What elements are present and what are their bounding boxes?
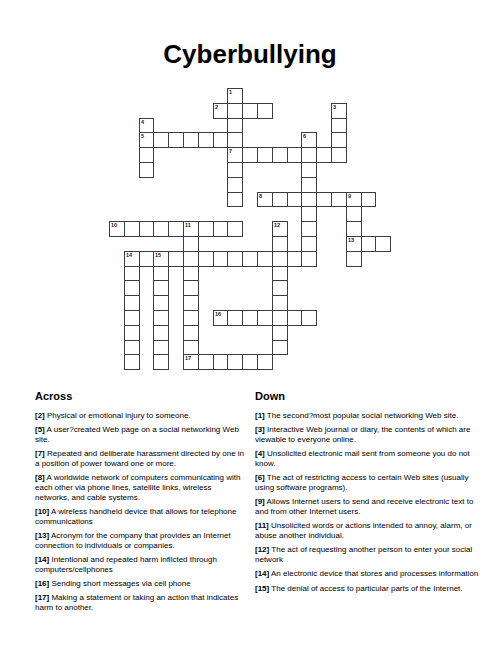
grid-cell[interactable] (124, 325, 140, 341)
grid-cell[interactable] (139, 251, 154, 267)
cell-number: 15 (155, 252, 161, 258)
grid-cell[interactable] (124, 221, 140, 237)
clue-number: [2] (35, 411, 45, 420)
clue: [4] Unsolicited electronic mail sent fro… (255, 449, 487, 469)
grid-cell[interactable] (301, 162, 317, 178)
grid-cell[interactable] (375, 236, 391, 252)
grid-cell[interactable] (272, 147, 288, 163)
clue: [8] A worldwide network of computers com… (35, 473, 247, 502)
grid-cell[interactable] (198, 221, 214, 237)
puzzle-title: Cyberbullying (0, 39, 500, 70)
grid-cell[interactable] (242, 251, 258, 267)
grid-cell[interactable] (153, 295, 169, 311)
grid-cell[interactable] (287, 310, 302, 326)
cell-number: 2 (215, 104, 218, 110)
clue-number: [17] (35, 593, 49, 602)
cell-number: 10 (111, 222, 117, 228)
grid-cell[interactable] (242, 310, 258, 326)
clue-number: [13] (35, 531, 49, 540)
grid-cell[interactable] (153, 132, 169, 148)
across-header: Across (35, 390, 247, 402)
clue-number: [6] (255, 473, 265, 482)
clue: [14] Intentional and repeated harm infli… (35, 555, 247, 575)
clue: [13] Acronym for the company that provid… (35, 531, 247, 551)
grid-cell[interactable] (198, 251, 214, 267)
grid-cell[interactable] (124, 280, 140, 296)
grid-cell[interactable] (272, 236, 288, 252)
across-clue-list: [2] Physical or emotional injury to some… (35, 411, 247, 613)
grid-cell[interactable]: 8 (257, 192, 273, 207)
clue-number: [14] (255, 569, 269, 578)
grid-cell[interactable]: 7 (227, 147, 243, 163)
grid-cell[interactable] (183, 310, 199, 326)
down-header: Down (255, 390, 487, 402)
grid-cell[interactable] (183, 340, 199, 355)
grid-cell[interactable]: 15 (153, 251, 169, 267)
grid-cell[interactable] (361, 236, 376, 252)
grid-cell[interactable]: 17 (183, 354, 199, 370)
clue: [11] Unsolicited words or actions intend… (255, 521, 487, 541)
clue-number: [7] (35, 449, 45, 458)
grid-cell[interactable]: 2 (213, 103, 228, 119)
grid-cell[interactable] (153, 310, 169, 326)
grid-cell[interactable] (227, 162, 243, 178)
cell-number: 4 (141, 119, 144, 125)
cell-number: 14 (126, 252, 132, 258)
crossword-grid: 1234567891011121314151617 (109, 88, 393, 372)
grid-cell[interactable] (272, 295, 288, 311)
grid-cell[interactable] (213, 251, 228, 267)
grid-cell[interactable] (361, 192, 376, 207)
clue: [14] An electronic device that stores an… (255, 569, 487, 579)
clue: [10] A wireless handheld device that all… (35, 507, 247, 527)
across-clues-section: Across [2] Physical or emotional injury … (35, 390, 247, 617)
clue-number: [3] (255, 425, 265, 434)
cell-number: 16 (215, 311, 221, 317)
grid-cell[interactable] (331, 192, 347, 207)
puzzle-page: Cyberbullying 1234567891011121314151617 … (0, 0, 500, 647)
grid-cell[interactable]: 1 (227, 88, 243, 104)
grid-cell[interactable] (139, 147, 154, 163)
grid-cell[interactable] (213, 132, 228, 148)
cell-number: 11 (185, 222, 191, 228)
grid-cell[interactable] (272, 340, 288, 355)
grid-cell[interactable] (153, 340, 169, 355)
grid-cell[interactable] (346, 221, 362, 237)
grid-cell[interactable] (183, 251, 199, 267)
grid-cell[interactable] (124, 310, 140, 326)
clue: [17] Making a statement or taking an act… (35, 593, 247, 613)
grid-cell[interactable]: 5 (139, 132, 154, 148)
grid-cell[interactable] (272, 251, 288, 267)
grid-cell[interactable] (331, 132, 347, 148)
grid-cell[interactable] (168, 132, 184, 148)
cell-number: 12 (274, 222, 280, 228)
clue: [12] The act of requesting another perso… (255, 545, 487, 565)
grid-cell[interactable] (213, 354, 228, 370)
grid-cell[interactable] (153, 266, 169, 281)
grid-cell[interactable] (227, 221, 243, 237)
grid-cell[interactable] (331, 147, 347, 163)
clue: [16] Sending short messages via cell pho… (35, 579, 247, 589)
grid-cell[interactable] (301, 221, 317, 237)
grid-cell[interactable] (301, 206, 317, 222)
clue: [5] A user?created Web page on a social … (35, 425, 247, 445)
grid-cell[interactable]: 14 (124, 251, 140, 267)
clue: [9] Allows Internet users to send and re… (255, 497, 487, 517)
cell-number: 13 (348, 237, 354, 243)
grid-cell[interactable] (301, 192, 317, 207)
down-clues-section: Down [1] The second?most popular social … (255, 390, 487, 598)
grid-cell[interactable] (183, 325, 199, 341)
grid-cell[interactable] (139, 221, 154, 237)
grid-cell[interactable] (301, 177, 317, 193)
clue: [7] Repeated and deliberate harassment d… (35, 449, 247, 469)
grid-cell[interactable] (316, 147, 332, 163)
grid-cell[interactable] (227, 192, 243, 207)
clue: [15] The denial of access to particular … (255, 584, 487, 594)
grid-cell[interactable] (316, 192, 332, 207)
grid-cell[interactable] (257, 354, 273, 370)
grid-cell[interactable] (287, 147, 302, 163)
grid-cell[interactable]: 3 (331, 103, 347, 119)
grid-cell[interactable] (183, 280, 199, 296)
grid-cell[interactable] (287, 192, 302, 207)
grid-cell[interactable] (153, 280, 169, 296)
grid-cell[interactable] (183, 132, 199, 148)
grid-cell[interactable] (301, 236, 317, 252)
grid-cell[interactable] (168, 221, 184, 237)
grid-cell[interactable] (227, 177, 243, 193)
grid-cell[interactable] (124, 340, 140, 355)
grid-cell[interactable] (227, 118, 243, 133)
down-clue-list: [1] The second?most popular social netwo… (255, 411, 487, 593)
grid-cell[interactable] (183, 236, 199, 252)
grid-cell[interactable]: 10 (109, 221, 125, 237)
cell-number: 5 (141, 133, 144, 139)
grid-cell[interactable] (139, 162, 154, 178)
clue-number: [5] (35, 425, 45, 434)
grid-cell[interactable]: 6 (301, 132, 317, 148)
grid-cell[interactable] (257, 251, 273, 267)
grid-cell[interactable] (183, 295, 199, 311)
grid-cell[interactable] (213, 221, 228, 237)
grid-cell[interactable] (124, 354, 140, 370)
cell-number: 6 (303, 133, 306, 139)
cell-number: 3 (333, 104, 336, 110)
clue-number: [8] (35, 473, 45, 482)
grid-cell[interactable] (227, 310, 243, 326)
grid-cell[interactable]: 13 (346, 236, 362, 252)
grid-cell[interactable] (242, 354, 258, 370)
grid-cell[interactable] (198, 354, 214, 370)
cell-number: 9 (348, 193, 351, 199)
grid-cell[interactable] (272, 280, 288, 296)
grid-cell[interactable] (272, 192, 288, 207)
clue-number: [11] (255, 521, 269, 530)
grid-cell[interactable] (227, 132, 243, 148)
grid-cell[interactable] (331, 118, 347, 133)
grid-cell[interactable]: 4 (139, 118, 154, 133)
grid-cell[interactable] (183, 266, 199, 281)
grid-cell[interactable] (227, 354, 243, 370)
grid-cell[interactable] (346, 251, 362, 267)
grid-cell[interactable] (287, 251, 302, 267)
clue-number: [14] (35, 555, 49, 564)
grid-cell[interactable] (124, 295, 140, 311)
clue: [2] Physical or emotional injury to some… (35, 411, 247, 421)
grid-cell[interactable] (153, 325, 169, 341)
grid-cell[interactable] (346, 206, 362, 222)
clue: [3] Interactive Web journal or diary, th… (255, 425, 487, 445)
grid-cell[interactable] (124, 266, 140, 281)
grid-cell[interactable]: 9 (346, 192, 362, 207)
clue-number: [10] (35, 507, 49, 516)
clue-number: [9] (255, 497, 265, 506)
clue-number: [12] (255, 545, 269, 554)
grid-cell[interactable]: 12 (272, 221, 288, 237)
grid-cell[interactable] (168, 251, 184, 267)
grid-cell[interactable] (257, 147, 273, 163)
cell-number: 7 (229, 148, 232, 154)
grid-cell[interactable] (272, 325, 288, 341)
grid-cell[interactable] (257, 310, 273, 326)
grid-cell[interactable] (272, 266, 288, 281)
clue: [1] The second?most popular social netwo… (255, 411, 487, 421)
grid-cell[interactable]: 11 (183, 221, 199, 237)
grid-cell[interactable] (227, 103, 243, 119)
cell-number: 1 (229, 89, 232, 95)
grid-cell[interactable] (198, 132, 214, 148)
grid-cell[interactable] (301, 310, 317, 326)
grid-cell[interactable]: 16 (213, 310, 228, 326)
cell-number: 17 (185, 355, 191, 361)
grid-cell[interactable] (227, 251, 243, 267)
cell-number: 8 (259, 193, 262, 199)
clue: [6] The act of restricting access to cer… (255, 473, 487, 493)
clue-number: [16] (35, 579, 49, 588)
grid-cell[interactable] (257, 103, 273, 119)
grid-cell[interactable] (242, 103, 258, 119)
grid-cell[interactable] (301, 147, 317, 163)
clue-number: [1] (255, 411, 265, 420)
grid-cell[interactable] (153, 221, 169, 237)
grid-cell[interactable] (242, 147, 258, 163)
grid-cell[interactable] (301, 251, 317, 267)
clue-number: [15] (255, 584, 269, 593)
grid-cell[interactable] (153, 354, 169, 370)
clue-number: [4] (255, 449, 265, 458)
grid-cell[interactable] (272, 310, 288, 326)
